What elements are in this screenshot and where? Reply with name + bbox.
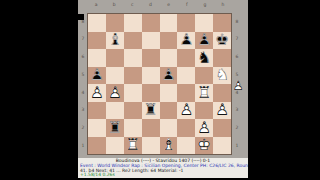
square-b8 bbox=[106, 14, 124, 32]
square-b1 bbox=[106, 137, 124, 155]
black-pawn-g7: ♟♙ bbox=[195, 32, 213, 50]
rank-label-6: 6 bbox=[80, 55, 86, 60]
rank-label-5: 5 bbox=[80, 73, 86, 78]
file-label-d: d bbox=[141, 3, 159, 9]
square-e7 bbox=[160, 32, 178, 50]
square-b5 bbox=[106, 67, 124, 85]
square-f6 bbox=[177, 49, 195, 67]
square-c4 bbox=[124, 84, 142, 102]
square-d7 bbox=[142, 32, 160, 50]
file-label-c: c bbox=[123, 3, 141, 9]
square-a8 bbox=[88, 14, 106, 32]
rank-label-1: 1 bbox=[80, 144, 86, 149]
square-c8 bbox=[124, 14, 142, 32]
rank-label-2: 2 bbox=[234, 126, 240, 131]
square-e5: ♟♙ bbox=[160, 67, 178, 85]
white-pawn-h3: ♟♙ bbox=[213, 102, 231, 120]
rank-label-7: 7 bbox=[80, 37, 86, 42]
square-b6 bbox=[106, 49, 124, 67]
square-a2 bbox=[88, 119, 106, 137]
rank-label-3: 3 bbox=[80, 108, 86, 113]
white-rook-c1: ♜♖ bbox=[124, 137, 142, 155]
square-g3 bbox=[195, 102, 213, 120]
square-d2 bbox=[142, 119, 160, 137]
square-f5 bbox=[177, 67, 195, 85]
rank-label-6: 6 bbox=[234, 55, 240, 60]
square-c2 bbox=[124, 119, 142, 137]
rank-label-8: 8 bbox=[80, 20, 86, 25]
square-b7: ♝♗ bbox=[106, 32, 124, 50]
square-a3 bbox=[88, 102, 106, 120]
square-d8 bbox=[142, 14, 160, 32]
engine-eval-line: +1.58/14 0.26s bbox=[78, 173, 248, 178]
square-d4 bbox=[142, 84, 160, 102]
square-f1 bbox=[177, 137, 195, 155]
square-g6: ♞♘ bbox=[195, 49, 213, 67]
side-to-move-indicator bbox=[78, 14, 84, 20]
black-rook-b2: ♜♖ bbox=[106, 119, 124, 137]
square-a1 bbox=[88, 137, 106, 155]
square-g5 bbox=[195, 67, 213, 85]
square-b3 bbox=[106, 102, 124, 120]
white-pawn-g2: ♟♙ bbox=[195, 119, 213, 137]
square-c1: ♜♖ bbox=[124, 137, 142, 155]
square-d5 bbox=[142, 67, 160, 85]
white-pawn-f3: ♟♙ bbox=[177, 102, 195, 120]
white-knight-h5: ♞♘ bbox=[213, 67, 231, 85]
file-label-f: f bbox=[178, 3, 196, 9]
square-h1 bbox=[213, 137, 231, 155]
file-labels-top: abcdefgh bbox=[87, 3, 232, 9]
square-f7: ♟♙ bbox=[177, 32, 195, 50]
black-rook-d3: ♜♖ bbox=[142, 102, 160, 120]
square-a5: ♟♙ bbox=[88, 67, 106, 85]
square-g2: ♟♙ bbox=[195, 119, 213, 137]
white-pawn-b4: ♟♙ bbox=[106, 84, 124, 102]
rank-label-4: 4 bbox=[80, 91, 86, 96]
rank-label-5: 5 bbox=[234, 73, 240, 78]
chess-gui-window: abcdefgh abcdefgh 87654321 87654321 ♝♗♟♙… bbox=[78, 0, 248, 158]
square-h4 bbox=[213, 84, 231, 102]
square-e2 bbox=[160, 119, 178, 137]
black-bishop-b7: ♝♗ bbox=[106, 32, 124, 50]
black-knight-g6: ♞♘ bbox=[195, 49, 213, 67]
black-pawn-e5: ♟♙ bbox=[160, 67, 178, 85]
square-g8 bbox=[195, 14, 213, 32]
square-e8 bbox=[160, 14, 178, 32]
white-bishop-e1: ♝♗ bbox=[160, 137, 178, 155]
square-f2 bbox=[177, 119, 195, 137]
white-king-g1: ♚♔ bbox=[195, 137, 213, 155]
black-pawn-a5: ♟♙ bbox=[88, 67, 106, 85]
square-g1: ♚♔ bbox=[195, 137, 213, 155]
square-f3: ♟♙ bbox=[177, 102, 195, 120]
square-c5 bbox=[124, 67, 142, 85]
file-label-e: e bbox=[160, 3, 178, 9]
square-g7: ♟♙ bbox=[195, 32, 213, 50]
square-d6 bbox=[142, 49, 160, 67]
square-c7 bbox=[124, 32, 142, 50]
square-d3: ♜♖ bbox=[142, 102, 160, 120]
square-g4: ♜♖ bbox=[195, 84, 213, 102]
square-c6 bbox=[124, 49, 142, 67]
chess-board: ♝♗♟♙♟♙♚♔♞♘♟♙♟♙♞♘♟♙♟♙♜♖♜♖♟♙♟♙♜♖♟♙♜♖♝♗♚♔ bbox=[87, 13, 232, 155]
square-h2 bbox=[213, 119, 231, 137]
square-e6 bbox=[160, 49, 178, 67]
black-king-h7: ♚♔ bbox=[213, 32, 231, 50]
square-h3: ♟♙ bbox=[213, 102, 231, 120]
square-d1 bbox=[142, 137, 160, 155]
square-h5: ♞♘ bbox=[213, 67, 231, 85]
file-label-a: a bbox=[87, 3, 105, 9]
square-h6 bbox=[213, 49, 231, 67]
file-label-h: h bbox=[214, 3, 232, 9]
square-h7: ♚♔ bbox=[213, 32, 231, 50]
square-b2: ♜♖ bbox=[106, 119, 124, 137]
square-e4 bbox=[160, 84, 178, 102]
square-e1: ♝♗ bbox=[160, 137, 178, 155]
square-h8 bbox=[213, 14, 231, 32]
black-pawn-f7: ♟♙ bbox=[177, 32, 195, 50]
square-e3 bbox=[160, 102, 178, 120]
square-a7 bbox=[88, 32, 106, 50]
material-advantage-pawn-icon: ♟♙ bbox=[230, 79, 246, 95]
file-label-g: g bbox=[196, 3, 214, 9]
square-f4 bbox=[177, 84, 195, 102]
square-a4: ♟♙ bbox=[88, 84, 106, 102]
square-f8 bbox=[177, 14, 195, 32]
square-a6 bbox=[88, 49, 106, 67]
rank-label-8: 8 bbox=[234, 20, 240, 25]
square-c3 bbox=[124, 102, 142, 120]
game-info-footer: Boudinova (----) - Stavridou 1407 (----)… bbox=[78, 158, 248, 178]
square-b4: ♟♙ bbox=[106, 84, 124, 102]
white-pawn-a4: ♟♙ bbox=[88, 84, 106, 102]
rank-label-1: 1 bbox=[234, 144, 240, 149]
white-rook-g4: ♜♖ bbox=[195, 84, 213, 102]
rank-labels-left: 87654321 bbox=[80, 13, 86, 155]
rank-label-3: 3 bbox=[234, 108, 240, 113]
file-label-b: b bbox=[105, 3, 123, 9]
rank-label-7: 7 bbox=[234, 37, 240, 42]
rank-label-2: 2 bbox=[80, 126, 86, 131]
video-frame: abcdefgh abcdefgh 87654321 87654321 ♝♗♟♙… bbox=[0, 0, 320, 180]
